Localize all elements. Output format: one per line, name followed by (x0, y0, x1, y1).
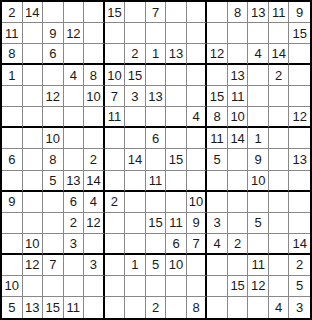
cell-r3c12[interactable] (228, 44, 249, 65)
cell-r7c13[interactable]: 1 (248, 128, 269, 149)
cell-r11c5[interactable]: 12 (84, 213, 105, 234)
cell-r1c12[interactable]: 8 (228, 2, 249, 23)
cell-r7c3[interactable]: 10 (43, 128, 64, 149)
cell-r5c2[interactable] (23, 86, 44, 107)
cell-r3c2[interactable] (23, 44, 44, 65)
cell-r7c14[interactable] (269, 128, 290, 149)
cell-r14c7[interactable] (125, 276, 146, 297)
cell-r11c10[interactable]: 9 (187, 213, 208, 234)
cell-r5c14[interactable] (269, 86, 290, 107)
cell-r7c12[interactable]: 14 (228, 128, 249, 149)
cell-r2c3[interactable]: 9 (43, 23, 64, 44)
cell-r15c2[interactable]: 13 (23, 297, 44, 318)
cell-r13c10[interactable] (187, 255, 208, 276)
cell-r6c2[interactable] (23, 107, 44, 128)
cell-r10c12[interactable] (228, 192, 249, 213)
cell-r11c7[interactable] (125, 213, 146, 234)
cell-r4c4[interactable]: 4 (64, 65, 85, 86)
cell-r9c3[interactable]: 5 (43, 171, 64, 192)
cell-r15c4[interactable]: 11 (64, 297, 85, 318)
cell-r15c6[interactable] (105, 297, 126, 318)
cell-r4c12[interactable]: 13 (228, 65, 249, 86)
cell-r12c8[interactable] (146, 234, 167, 255)
cell-r6c14[interactable] (269, 107, 290, 128)
cell-r6c12[interactable]: 10 (228, 107, 249, 128)
cell-r13c8[interactable]: 5 (146, 255, 167, 276)
cell-r4c7[interactable]: 15 (125, 65, 146, 86)
cell-r5c11[interactable]: 15 (207, 86, 228, 107)
cell-r3c14[interactable]: 14 (269, 44, 290, 65)
cell-r14c3[interactable] (43, 276, 64, 297)
cell-r5c9[interactable] (166, 86, 187, 107)
cell-r15c3[interactable]: 15 (43, 297, 64, 318)
cell-r4c1[interactable]: 1 (2, 65, 23, 86)
cell-r13c15[interactable]: 2 (289, 255, 310, 276)
cell-r11c1[interactable] (2, 213, 23, 234)
cell-r2c13[interactable] (248, 23, 269, 44)
cell-r2c1[interactable]: 11 (2, 23, 23, 44)
cell-r12c5[interactable] (84, 234, 105, 255)
cell-r8c4[interactable] (64, 149, 85, 170)
cell-r4c6[interactable]: 10 (105, 65, 126, 86)
cell-r13c12[interactable] (228, 255, 249, 276)
cell-r4c9[interactable] (166, 65, 187, 86)
cell-r15c13[interactable] (248, 297, 269, 318)
cell-r9c9[interactable] (166, 171, 187, 192)
cell-r2c7[interactable] (125, 23, 146, 44)
cell-r12c11[interactable]: 4 (207, 234, 228, 255)
cell-r9c8[interactable]: 11 (146, 171, 167, 192)
cell-r13c3[interactable]: 7 (43, 255, 64, 276)
cell-r8c7[interactable]: 14 (125, 149, 146, 170)
cell-r4c14[interactable]: 2 (269, 65, 290, 86)
cell-r8c5[interactable]: 2 (84, 149, 105, 170)
cell-r12c14[interactable] (269, 234, 290, 255)
cell-r1c14[interactable]: 11 (269, 2, 290, 23)
cell-r11c12[interactable] (228, 213, 249, 234)
cell-r11c8[interactable]: 15 (146, 213, 167, 234)
cell-r5c1[interactable] (2, 86, 23, 107)
cell-r7c1[interactable] (2, 128, 23, 149)
cell-r5c5[interactable]: 10 (84, 86, 105, 107)
cell-r14c13[interactable]: 12 (248, 276, 269, 297)
cell-r6c3[interactable] (43, 107, 64, 128)
cell-r6c15[interactable]: 12 (289, 107, 310, 128)
cell-r15c9[interactable] (166, 297, 187, 318)
cell-r6c7[interactable] (125, 107, 146, 128)
cell-r3c6[interactable] (105, 44, 126, 65)
cell-r10c7[interactable] (125, 192, 146, 213)
cell-r9c4[interactable]: 13 (64, 171, 85, 192)
cell-r2c4[interactable]: 12 (64, 23, 85, 44)
cell-r3c8[interactable]: 1 (146, 44, 167, 65)
cell-r15c11[interactable] (207, 297, 228, 318)
cell-r13c9[interactable]: 10 (166, 255, 187, 276)
cell-r13c7[interactable]: 1 (125, 255, 146, 276)
cell-r3c7[interactable]: 2 (125, 44, 146, 65)
cell-r8c14[interactable] (269, 149, 290, 170)
cell-r5c4[interactable] (64, 86, 85, 107)
cell-r12c6[interactable] (105, 234, 126, 255)
cell-r13c1[interactable] (2, 255, 23, 276)
cell-r9c5[interactable]: 14 (84, 171, 105, 192)
cell-r11c14[interactable] (269, 213, 290, 234)
sudoku-board: 2141578131191191215862113124141481015132… (0, 0, 312, 320)
cell-r4c10[interactable] (187, 65, 208, 86)
cell-r6c8[interactable] (146, 107, 167, 128)
cell-r3c11[interactable]: 12 (207, 44, 228, 65)
cell-r6c5[interactable] (84, 107, 105, 128)
cell-r5c7[interactable]: 3 (125, 86, 146, 107)
cell-r6c10[interactable]: 4 (187, 107, 208, 128)
cell-r7c11[interactable]: 11 (207, 128, 228, 149)
cell-r3c9[interactable]: 13 (166, 44, 187, 65)
cell-r7c9[interactable] (166, 128, 187, 149)
cell-r8c3[interactable]: 8 (43, 149, 64, 170)
cell-r8c12[interactable] (228, 149, 249, 170)
cell-r13c4[interactable] (64, 255, 85, 276)
cell-r3c4[interactable] (64, 44, 85, 65)
cell-r9c10[interactable] (187, 171, 208, 192)
cell-r4c15[interactable] (289, 65, 310, 86)
cell-r1c8[interactable]: 7 (146, 2, 167, 23)
cell-r14c5[interactable] (84, 276, 105, 297)
cell-r1c5[interactable] (84, 2, 105, 23)
cell-r1c15[interactable]: 9 (289, 2, 310, 23)
cell-r13c5[interactable]: 3 (84, 255, 105, 276)
cell-r1c13[interactable]: 13 (248, 2, 269, 23)
cell-r14c10[interactable] (187, 276, 208, 297)
cell-r10c3[interactable] (43, 192, 64, 213)
cell-r6c1[interactable] (2, 107, 23, 128)
cell-r10c11[interactable] (207, 192, 228, 213)
cell-r7c7[interactable] (125, 128, 146, 149)
cell-r3c13[interactable]: 4 (248, 44, 269, 65)
cell-r14c1[interactable]: 10 (2, 276, 23, 297)
cell-r12c12[interactable]: 2 (228, 234, 249, 255)
cell-r3c10[interactable] (187, 44, 208, 65)
cell-r14c4[interactable] (64, 276, 85, 297)
cell-r3c15[interactable] (289, 44, 310, 65)
cell-r5c8[interactable]: 13 (146, 86, 167, 107)
cell-r2c6[interactable] (105, 23, 126, 44)
cell-r14c14[interactable] (269, 276, 290, 297)
cell-r11c3[interactable] (43, 213, 64, 234)
cell-r14c9[interactable] (166, 276, 187, 297)
cell-r15c15[interactable]: 3 (289, 297, 310, 318)
cell-r10c14[interactable] (269, 192, 290, 213)
cell-r12c4[interactable]: 3 (64, 234, 85, 255)
cell-r10c15[interactable] (289, 192, 310, 213)
cell-r12c2[interactable]: 10 (23, 234, 44, 255)
cell-r9c6[interactable] (105, 171, 126, 192)
cell-r2c14[interactable] (269, 23, 290, 44)
cell-r1c11[interactable] (207, 2, 228, 23)
cell-r8c13[interactable]: 9 (248, 149, 269, 170)
cell-r9c14[interactable] (269, 171, 290, 192)
cell-r9c12[interactable] (228, 171, 249, 192)
cell-r12c1[interactable] (2, 234, 23, 255)
cell-r14c15[interactable]: 5 (289, 276, 310, 297)
cell-r7c5[interactable] (84, 128, 105, 149)
cell-r9c13[interactable]: 10 (248, 171, 269, 192)
cell-r12c7[interactable] (125, 234, 146, 255)
cell-r8c10[interactable] (187, 149, 208, 170)
cell-r1c9[interactable] (166, 2, 187, 23)
cell-r5c13[interactable] (248, 86, 269, 107)
cell-r5c15[interactable] (289, 86, 310, 107)
cell-r10c9[interactable] (166, 192, 187, 213)
cell-r11c2[interactable] (23, 213, 44, 234)
cell-r1c4[interactable] (64, 2, 85, 23)
cell-r1c3[interactable] (43, 2, 64, 23)
cell-r10c5[interactable]: 4 (84, 192, 105, 213)
cell-r10c8[interactable] (146, 192, 167, 213)
cell-r1c1[interactable]: 2 (2, 2, 23, 23)
cell-r4c8[interactable] (146, 65, 167, 86)
cell-r6c4[interactable] (64, 107, 85, 128)
cell-r9c11[interactable] (207, 171, 228, 192)
cell-r8c9[interactable]: 15 (166, 149, 187, 170)
cell-r12c15[interactable]: 14 (289, 234, 310, 255)
cell-r14c12[interactable]: 15 (228, 276, 249, 297)
cell-r14c8[interactable] (146, 276, 167, 297)
cell-r10c13[interactable] (248, 192, 269, 213)
cell-r8c15[interactable]: 13 (289, 149, 310, 170)
cell-r2c11[interactable] (207, 23, 228, 44)
cell-r5c10[interactable] (187, 86, 208, 107)
cell-r2c5[interactable] (84, 23, 105, 44)
cell-r13c6[interactable] (105, 255, 126, 276)
cell-r6c6[interactable]: 11 (105, 107, 126, 128)
cell-r4c2[interactable] (23, 65, 44, 86)
cell-r5c6[interactable]: 7 (105, 86, 126, 107)
cell-r15c8[interactable]: 2 (146, 297, 167, 318)
cell-r1c6[interactable]: 15 (105, 2, 126, 23)
cell-r15c12[interactable] (228, 297, 249, 318)
cell-r6c11[interactable]: 8 (207, 107, 228, 128)
cell-r8c6[interactable] (105, 149, 126, 170)
cell-r2c12[interactable] (228, 23, 249, 44)
cell-r5c3[interactable]: 12 (43, 86, 64, 107)
cell-r2c10[interactable] (187, 23, 208, 44)
cell-r7c6[interactable] (105, 128, 126, 149)
cell-r13c14[interactable] (269, 255, 290, 276)
cell-r8c1[interactable]: 6 (2, 149, 23, 170)
cell-r15c10[interactable]: 8 (187, 297, 208, 318)
cell-r2c2[interactable] (23, 23, 44, 44)
cell-r7c4[interactable] (64, 128, 85, 149)
cell-r14c6[interactable] (105, 276, 126, 297)
cell-r11c13[interactable]: 5 (248, 213, 269, 234)
cell-r11c11[interactable]: 3 (207, 213, 228, 234)
cell-r9c1[interactable] (2, 171, 23, 192)
cell-r13c11[interactable] (207, 255, 228, 276)
cell-r1c7[interactable] (125, 2, 146, 23)
cell-r10c2[interactable] (23, 192, 44, 213)
cell-r6c9[interactable] (166, 107, 187, 128)
cell-r1c2[interactable]: 14 (23, 2, 44, 23)
cell-r10c10[interactable]: 10 (187, 192, 208, 213)
cell-r3c5[interactable] (84, 44, 105, 65)
cell-r7c15[interactable] (289, 128, 310, 149)
cell-r12c3[interactable] (43, 234, 64, 255)
cell-r10c1[interactable]: 9 (2, 192, 23, 213)
cell-r14c2[interactable] (23, 276, 44, 297)
cell-r9c15[interactable] (289, 171, 310, 192)
cell-r10c4[interactable]: 6 (64, 192, 85, 213)
cell-r12c9[interactable]: 6 (166, 234, 187, 255)
cell-r4c13[interactable] (248, 65, 269, 86)
cell-r12c13[interactable] (248, 234, 269, 255)
cell-r8c8[interactable] (146, 149, 167, 170)
cell-r15c1[interactable]: 5 (2, 297, 23, 318)
cell-r7c2[interactable] (23, 128, 44, 149)
cell-r5c12[interactable]: 11 (228, 86, 249, 107)
cell-r3c3[interactable]: 6 (43, 44, 64, 65)
cell-r9c7[interactable] (125, 171, 146, 192)
cell-r6c13[interactable] (248, 107, 269, 128)
cell-r10c6[interactable]: 2 (105, 192, 126, 213)
cell-r4c5[interactable]: 8 (84, 65, 105, 86)
cell-r4c11[interactable] (207, 65, 228, 86)
cell-r14c11[interactable] (207, 276, 228, 297)
cell-r11c4[interactable]: 2 (64, 213, 85, 234)
cell-r4c3[interactable] (43, 65, 64, 86)
cell-r13c13[interactable]: 11 (248, 255, 269, 276)
cell-r11c9[interactable]: 11 (166, 213, 187, 234)
cell-r2c15[interactable]: 15 (289, 23, 310, 44)
cell-r11c15[interactable] (289, 213, 310, 234)
cell-r15c7[interactable] (125, 297, 146, 318)
cell-r13c2[interactable]: 12 (23, 255, 44, 276)
cell-r1c10[interactable] (187, 2, 208, 23)
cell-r15c14[interactable]: 4 (269, 297, 290, 318)
cell-r12c10[interactable]: 7 (187, 234, 208, 255)
cell-r8c2[interactable] (23, 149, 44, 170)
cell-r2c8[interactable] (146, 23, 167, 44)
cell-r8c11[interactable]: 5 (207, 149, 228, 170)
cell-r15c5[interactable] (84, 297, 105, 318)
cell-r11c6[interactable] (105, 213, 126, 234)
cell-r9c2[interactable] (23, 171, 44, 192)
cell-r7c10[interactable] (187, 128, 208, 149)
cell-r7c8[interactable]: 6 (146, 128, 167, 149)
cell-r2c9[interactable] (166, 23, 187, 44)
cell-r3c1[interactable]: 8 (2, 44, 23, 65)
